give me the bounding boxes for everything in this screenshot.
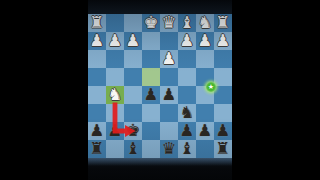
video-frame: ♜♚♛♝♞♜♟♟♟♟♟♟♟♞♟♟♞♟♟♚♟♟♟♜♝♛♝♜ ★ <box>0 0 320 180</box>
square-c8[interactable]: ♝ <box>178 140 196 158</box>
square-b1[interactable]: ♞ <box>196 14 214 32</box>
square-f7[interactable]: ♚ <box>124 122 142 140</box>
square-e5[interactable]: ♟ <box>142 86 160 104</box>
square-h6[interactable] <box>88 104 106 122</box>
square-g8[interactable] <box>106 140 124 158</box>
piece-black-pawn-g7[interactable]: ♟ <box>106 122 124 140</box>
square-h1[interactable]: ♜ <box>88 14 106 32</box>
piece-white-pawn-a2[interactable]: ♟ <box>214 32 232 50</box>
square-e1[interactable]: ♚ <box>142 14 160 32</box>
board-bottom-fade <box>88 158 232 166</box>
piece-black-knight-c6[interactable]: ♞ <box>178 104 196 122</box>
square-f8[interactable]: ♝ <box>124 140 142 158</box>
square-a3[interactable] <box>214 50 232 68</box>
piece-white-bishop-c1[interactable]: ♝ <box>178 14 196 32</box>
square-a5[interactable] <box>214 86 232 104</box>
square-b8[interactable] <box>196 140 214 158</box>
piece-white-pawn-g2[interactable]: ♟ <box>106 32 124 50</box>
square-h7[interactable]: ♟ <box>88 122 106 140</box>
square-d1[interactable]: ♛ <box>160 14 178 32</box>
letterbox-left <box>0 0 88 180</box>
piece-black-bishop-f8[interactable]: ♝ <box>124 140 142 158</box>
square-d8[interactable]: ♛ <box>160 140 178 158</box>
piece-white-pawn-d3[interactable]: ♟ <box>160 50 178 68</box>
square-c1[interactable]: ♝ <box>178 14 196 32</box>
piece-white-rook-a1[interactable]: ♜ <box>214 14 232 32</box>
square-e3[interactable] <box>142 50 160 68</box>
piece-black-queen-d8[interactable]: ♛ <box>160 140 178 158</box>
square-h2[interactable]: ♟ <box>88 32 106 50</box>
square-c2[interactable]: ♟ <box>178 32 196 50</box>
piece-black-pawn-h7[interactable]: ♟ <box>88 122 106 140</box>
square-c4[interactable] <box>178 68 196 86</box>
square-a2[interactable]: ♟ <box>214 32 232 50</box>
square-d6[interactable] <box>160 104 178 122</box>
square-d7[interactable] <box>160 122 178 140</box>
square-f6[interactable] <box>124 104 142 122</box>
square-g6[interactable] <box>106 104 124 122</box>
square-c6[interactable]: ♞ <box>178 104 196 122</box>
piece-black-pawn-a7[interactable]: ♟ <box>214 122 232 140</box>
square-g7[interactable]: ♟ <box>106 122 124 140</box>
square-e2[interactable] <box>142 32 160 50</box>
square-f2[interactable]: ♟ <box>124 32 142 50</box>
best-move-star-icon: ★ <box>206 82 216 92</box>
square-b2[interactable]: ♟ <box>196 32 214 50</box>
square-d5[interactable]: ♟ <box>160 86 178 104</box>
square-f1[interactable] <box>124 14 142 32</box>
square-h5[interactable] <box>88 86 106 104</box>
piece-white-knight-g5[interactable]: ♞ <box>106 86 124 104</box>
piece-white-knight-b1[interactable]: ♞ <box>196 14 214 32</box>
square-b3[interactable] <box>196 50 214 68</box>
piece-white-pawn-f2[interactable]: ♟ <box>124 32 142 50</box>
square-e7[interactable] <box>142 122 160 140</box>
piece-black-rook-h8[interactable]: ♜ <box>88 140 106 158</box>
square-a4[interactable] <box>214 68 232 86</box>
square-c3[interactable] <box>178 50 196 68</box>
square-c7[interactable]: ♟ <box>178 122 196 140</box>
piece-black-pawn-e5[interactable]: ♟ <box>142 86 160 104</box>
square-d3[interactable]: ♟ <box>160 50 178 68</box>
piece-white-queen-d1[interactable]: ♛ <box>160 14 178 32</box>
square-g4[interactable] <box>106 68 124 86</box>
piece-black-pawn-b7[interactable]: ♟ <box>196 122 214 140</box>
square-a8[interactable]: ♜ <box>214 140 232 158</box>
square-d4[interactable] <box>160 68 178 86</box>
square-g2[interactable]: ♟ <box>106 32 124 50</box>
piece-black-pawn-c7[interactable]: ♟ <box>178 122 196 140</box>
piece-white-pawn-b2[interactable]: ♟ <box>196 32 214 50</box>
piece-black-bishop-c8[interactable]: ♝ <box>178 140 196 158</box>
square-g3[interactable] <box>106 50 124 68</box>
square-h3[interactable] <box>88 50 106 68</box>
piece-white-rook-h1[interactable]: ♜ <box>88 14 106 32</box>
square-g5[interactable]: ♞ <box>106 86 124 104</box>
video-area: ♜♚♛♝♞♜♟♟♟♟♟♟♟♞♟♟♞♟♟♚♟♟♟♜♝♛♝♜ ★ <box>88 0 232 180</box>
piece-black-king-f7[interactable]: ♚ <box>124 122 142 140</box>
piece-white-pawn-c2[interactable]: ♟ <box>178 32 196 50</box>
square-b6[interactable] <box>196 104 214 122</box>
square-g1[interactable] <box>106 14 124 32</box>
letterbox-right <box>232 0 320 180</box>
square-f4[interactable] <box>124 68 142 86</box>
square-f5[interactable] <box>124 86 142 104</box>
piece-white-king-e1[interactable]: ♚ <box>142 14 160 32</box>
square-f3[interactable] <box>124 50 142 68</box>
square-h8[interactable]: ♜ <box>88 140 106 158</box>
piece-black-rook-a8[interactable]: ♜ <box>214 140 232 158</box>
square-e6[interactable] <box>142 104 160 122</box>
square-b7[interactable]: ♟ <box>196 122 214 140</box>
square-e8[interactable] <box>142 140 160 158</box>
star-glyph: ★ <box>206 82 216 92</box>
square-h4[interactable] <box>88 68 106 86</box>
piece-white-pawn-h2[interactable]: ♟ <box>88 32 106 50</box>
square-e4[interactable] <box>142 68 160 86</box>
square-a1[interactable]: ♜ <box>214 14 232 32</box>
square-a6[interactable] <box>214 104 232 122</box>
square-a7[interactable]: ♟ <box>214 122 232 140</box>
square-d2[interactable] <box>160 32 178 50</box>
piece-black-pawn-d5[interactable]: ♟ <box>160 86 178 104</box>
square-c5[interactable] <box>178 86 196 104</box>
